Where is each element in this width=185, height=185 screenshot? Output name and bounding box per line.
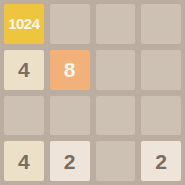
empty-cell-r2c0	[4, 96, 44, 136]
empty-cell-r2c2	[96, 96, 136, 136]
empty-cell-r1c2	[96, 50, 136, 90]
empty-cell-r2c3	[141, 96, 181, 136]
empty-cell-r0c2	[96, 4, 136, 44]
tile-2-r3c1: 2	[50, 141, 90, 181]
empty-cell-r3c2	[96, 141, 136, 181]
empty-cell-r0c3	[141, 4, 181, 44]
tile-8-r1c1: 8	[50, 50, 90, 90]
empty-cell-r1c3	[141, 50, 181, 90]
2048-board[interactable]: 102448422	[0, 0, 185, 185]
empty-cell-r0c1	[50, 4, 90, 44]
empty-cell-r2c1	[50, 96, 90, 136]
tile-4-r3c0: 4	[4, 141, 44, 181]
tile-4-r1c0: 4	[4, 50, 44, 90]
tile-1024-r0c0: 1024	[4, 4, 44, 44]
tile-2-r3c3: 2	[141, 141, 181, 181]
